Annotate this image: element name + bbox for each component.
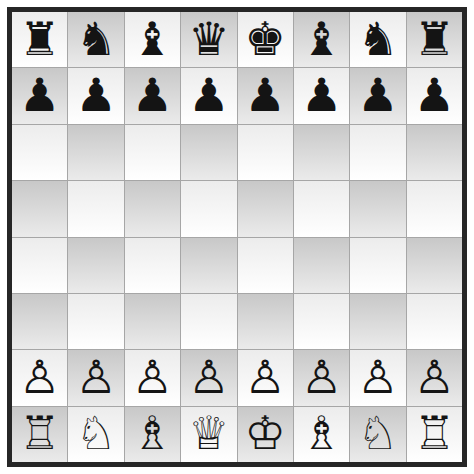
square-c5[interactable]	[125, 181, 180, 236]
square-c1[interactable]: ♗	[125, 407, 180, 462]
piece-black-bishop[interactable]: ♝	[301, 16, 342, 62]
piece-black-knight[interactable]: ♞	[357, 16, 398, 62]
square-b8[interactable]: ♞	[68, 12, 123, 67]
piece-black-knight[interactable]: ♞	[75, 16, 116, 62]
piece-black-pawn[interactable]: ♟	[188, 72, 229, 118]
square-g1[interactable]: ♘	[350, 407, 405, 462]
piece-white-knight[interactable]: ♘	[75, 410, 116, 456]
square-e8[interactable]: ♚	[238, 12, 293, 67]
square-f8[interactable]: ♝	[294, 12, 349, 67]
square-c8[interactable]: ♝	[125, 12, 180, 67]
square-a7[interactable]: ♟	[12, 68, 67, 123]
square-h8[interactable]: ♜	[407, 12, 462, 67]
piece-black-pawn[interactable]: ♟	[75, 72, 116, 118]
piece-black-bishop[interactable]: ♝	[132, 16, 173, 62]
square-g8[interactable]: ♞	[350, 12, 405, 67]
piece-white-rook[interactable]: ♖	[414, 410, 455, 456]
piece-black-rook[interactable]: ♜	[414, 16, 455, 62]
square-c7[interactable]: ♟	[125, 68, 180, 123]
square-c4[interactable]	[125, 238, 180, 293]
piece-black-pawn[interactable]: ♟	[132, 72, 173, 118]
square-h6[interactable]	[407, 125, 462, 180]
square-e1[interactable]: ♔	[238, 407, 293, 462]
piece-white-pawn[interactable]: ♙	[357, 354, 398, 400]
square-b4[interactable]	[68, 238, 123, 293]
square-h5[interactable]	[407, 181, 462, 236]
square-h4[interactable]	[407, 238, 462, 293]
square-c3[interactable]	[125, 294, 180, 349]
square-a6[interactable]	[12, 125, 67, 180]
piece-white-knight[interactable]: ♘	[357, 410, 398, 456]
piece-black-king[interactable]: ♚	[245, 16, 286, 62]
piece-white-pawn[interactable]: ♙	[188, 354, 229, 400]
piece-white-bishop[interactable]: ♗	[301, 410, 342, 456]
square-a1[interactable]: ♖	[12, 407, 67, 462]
square-f5[interactable]	[294, 181, 349, 236]
square-d2[interactable]: ♙	[181, 350, 236, 405]
square-c6[interactable]	[125, 125, 180, 180]
piece-white-bishop[interactable]: ♗	[132, 410, 173, 456]
square-g2[interactable]: ♙	[350, 350, 405, 405]
piece-black-pawn[interactable]: ♟	[357, 72, 398, 118]
square-h1[interactable]: ♖	[407, 407, 462, 462]
square-a5[interactable]	[12, 181, 67, 236]
square-e6[interactable]	[238, 125, 293, 180]
piece-white-pawn[interactable]: ♙	[301, 354, 342, 400]
square-f1[interactable]: ♗	[294, 407, 349, 462]
square-f3[interactable]	[294, 294, 349, 349]
square-b6[interactable]	[68, 125, 123, 180]
square-d4[interactable]	[181, 238, 236, 293]
square-d1[interactable]: ♕	[181, 407, 236, 462]
square-f2[interactable]: ♙	[294, 350, 349, 405]
square-f6[interactable]	[294, 125, 349, 180]
piece-black-queen[interactable]: ♛	[188, 16, 229, 62]
square-e7[interactable]: ♟	[238, 68, 293, 123]
square-d7[interactable]: ♟	[181, 68, 236, 123]
square-a8[interactable]: ♜	[12, 12, 67, 67]
square-a3[interactable]	[12, 294, 67, 349]
piece-black-pawn[interactable]: ♟	[301, 72, 342, 118]
square-c2[interactable]: ♙	[125, 350, 180, 405]
piece-white-rook[interactable]: ♖	[19, 410, 60, 456]
square-a4[interactable]	[12, 238, 67, 293]
square-h2[interactable]: ♙	[407, 350, 462, 405]
square-a2[interactable]: ♙	[12, 350, 67, 405]
chess-board-frame: ♜♞♝♛♚♝♞♜♟♟♟♟♟♟♟♟♙♙♙♙♙♙♙♙♖♘♗♕♔♗♘♖	[7, 7, 467, 467]
square-b3[interactable]	[68, 294, 123, 349]
piece-white-pawn[interactable]: ♙	[132, 354, 173, 400]
piece-white-pawn[interactable]: ♙	[75, 354, 116, 400]
square-d5[interactable]	[181, 181, 236, 236]
piece-black-pawn[interactable]: ♟	[414, 72, 455, 118]
square-g4[interactable]	[350, 238, 405, 293]
square-f4[interactable]	[294, 238, 349, 293]
square-g6[interactable]	[350, 125, 405, 180]
piece-white-king[interactable]: ♔	[245, 410, 286, 456]
square-d6[interactable]	[181, 125, 236, 180]
square-f7[interactable]: ♟	[294, 68, 349, 123]
square-h3[interactable]	[407, 294, 462, 349]
square-g7[interactable]: ♟	[350, 68, 405, 123]
square-b5[interactable]	[68, 181, 123, 236]
square-g3[interactable]	[350, 294, 405, 349]
square-b7[interactable]: ♟	[68, 68, 123, 123]
square-b2[interactable]: ♙	[68, 350, 123, 405]
chess-board[interactable]: ♜♞♝♛♚♝♞♜♟♟♟♟♟♟♟♟♙♙♙♙♙♙♙♙♖♘♗♕♔♗♘♖	[12, 12, 462, 462]
piece-white-pawn[interactable]: ♙	[414, 354, 455, 400]
square-e5[interactable]	[238, 181, 293, 236]
square-e3[interactable]	[238, 294, 293, 349]
piece-black-pawn[interactable]: ♟	[245, 72, 286, 118]
square-h7[interactable]: ♟	[407, 68, 462, 123]
square-d8[interactable]: ♛	[181, 12, 236, 67]
piece-black-rook[interactable]: ♜	[19, 16, 60, 62]
piece-white-pawn[interactable]: ♙	[245, 354, 286, 400]
piece-black-pawn[interactable]: ♟	[19, 72, 60, 118]
square-e2[interactable]: ♙	[238, 350, 293, 405]
square-g5[interactable]	[350, 181, 405, 236]
piece-white-pawn[interactable]: ♙	[19, 354, 60, 400]
square-d3[interactable]	[181, 294, 236, 349]
square-e4[interactable]	[238, 238, 293, 293]
square-b1[interactable]: ♘	[68, 407, 123, 462]
piece-white-queen[interactable]: ♕	[188, 410, 229, 456]
